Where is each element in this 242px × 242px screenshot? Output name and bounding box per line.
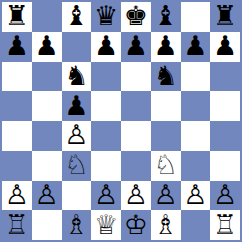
square-d8[interactable]: ♛ (91, 2, 121, 32)
piece-white-pawn[interactable]: ♙ (154, 181, 178, 208)
piece-white-pawn[interactable]: ♙ (35, 181, 59, 208)
piece-white-pawn[interactable]: ♙ (5, 181, 29, 208)
square-f7[interactable]: ♟ (151, 32, 181, 62)
square-g6[interactable] (181, 62, 211, 92)
square-c5[interactable]: ♟ (62, 91, 92, 121)
square-a7[interactable]: ♟ (2, 32, 32, 62)
piece-black-knight[interactable]: ♞ (154, 62, 178, 89)
piece-black-pawn[interactable]: ♟ (183, 32, 207, 59)
square-b1[interactable] (32, 210, 62, 240)
square-b7[interactable]: ♟ (32, 32, 62, 62)
square-d1[interactable]: ♕ (91, 210, 121, 240)
square-h2[interactable]: ♙ (210, 181, 240, 211)
square-h4[interactable] (210, 121, 240, 151)
piece-white-pawn[interactable]: ♙ (94, 181, 118, 208)
square-h7[interactable]: ♟ (210, 32, 240, 62)
square-h1[interactable]: ♖ (210, 210, 240, 240)
square-f2[interactable]: ♙ (151, 181, 181, 211)
square-d2[interactable]: ♙ (91, 181, 121, 211)
piece-black-pawn[interactable]: ♟ (5, 32, 29, 59)
square-a2[interactable]: ♙ (2, 181, 32, 211)
square-e5[interactable] (121, 91, 151, 121)
square-h5[interactable] (210, 91, 240, 121)
square-b5[interactable] (32, 91, 62, 121)
square-b6[interactable] (32, 62, 62, 92)
square-e8[interactable]: ♚ (121, 2, 151, 32)
square-f4[interactable] (151, 121, 181, 151)
square-c1[interactable]: ♗ (62, 210, 92, 240)
square-c2[interactable] (62, 181, 92, 211)
piece-white-queen[interactable]: ♕ (94, 211, 118, 238)
square-e2[interactable]: ♙ (121, 181, 151, 211)
piece-white-bishop[interactable]: ♗ (154, 211, 178, 238)
piece-black-pawn[interactable]: ♟ (213, 32, 237, 59)
square-h6[interactable] (210, 62, 240, 92)
piece-white-pawn[interactable]: ♙ (64, 121, 88, 148)
square-f6[interactable]: ♞ (151, 62, 181, 92)
square-b3[interactable] (32, 151, 62, 181)
square-f5[interactable] (151, 91, 181, 121)
piece-white-knight[interactable]: ♘ (154, 151, 178, 178)
square-d7[interactable]: ♟ (91, 32, 121, 62)
piece-black-pawn[interactable]: ♟ (154, 32, 178, 59)
piece-white-knight[interactable]: ♘ (64, 151, 88, 178)
square-g1[interactable] (181, 210, 211, 240)
piece-black-bishop[interactable]: ♝ (154, 2, 178, 29)
piece-white-pawn[interactable]: ♙ (213, 181, 237, 208)
square-d5[interactable] (91, 91, 121, 121)
square-g8[interactable] (181, 2, 211, 32)
square-d6[interactable] (91, 62, 121, 92)
square-d3[interactable] (91, 151, 121, 181)
piece-black-knight[interactable]: ♞ (64, 62, 88, 89)
square-e7[interactable]: ♟ (121, 32, 151, 62)
piece-black-pawn[interactable]: ♟ (64, 92, 88, 119)
piece-white-pawn[interactable]: ♙ (124, 181, 148, 208)
piece-black-queen[interactable]: ♛ (94, 2, 118, 29)
piece-black-rook[interactable]: ♜ (213, 2, 237, 29)
square-a8[interactable]: ♜ (2, 2, 32, 32)
square-h3[interactable] (210, 151, 240, 181)
square-a5[interactable] (2, 91, 32, 121)
square-a4[interactable] (2, 121, 32, 151)
square-e3[interactable] (121, 151, 151, 181)
square-g2[interactable]: ♙ (181, 181, 211, 211)
piece-black-pawn[interactable]: ♟ (124, 32, 148, 59)
square-c3[interactable]: ♘ (62, 151, 92, 181)
piece-white-rook[interactable]: ♖ (213, 211, 237, 238)
square-g3[interactable] (181, 151, 211, 181)
square-f3[interactable]: ♘ (151, 151, 181, 181)
square-a6[interactable] (2, 62, 32, 92)
piece-white-rook[interactable]: ♖ (5, 211, 29, 238)
square-g5[interactable] (181, 91, 211, 121)
piece-black-pawn[interactable]: ♟ (35, 32, 59, 59)
square-g4[interactable] (181, 121, 211, 151)
piece-white-king[interactable]: ♔ (124, 211, 148, 238)
square-c7[interactable] (62, 32, 92, 62)
square-b4[interactable] (32, 121, 62, 151)
square-e4[interactable] (121, 121, 151, 151)
square-g7[interactable]: ♟ (181, 32, 211, 62)
piece-black-rook[interactable]: ♜ (5, 2, 29, 29)
square-f8[interactable]: ♝ (151, 2, 181, 32)
square-a3[interactable] (2, 151, 32, 181)
square-b8[interactable] (32, 2, 62, 32)
piece-white-pawn[interactable]: ♙ (183, 181, 207, 208)
square-c8[interactable]: ♝ (62, 2, 92, 32)
square-e1[interactable]: ♔ (121, 210, 151, 240)
square-d4[interactable] (91, 121, 121, 151)
square-h8[interactable]: ♜ (210, 2, 240, 32)
square-a1[interactable]: ♖ (2, 210, 32, 240)
square-b2[interactable]: ♙ (32, 181, 62, 211)
square-c4[interactable]: ♙ (62, 121, 92, 151)
square-c6[interactable]: ♞ (62, 62, 92, 92)
square-f1[interactable]: ♗ (151, 210, 181, 240)
chess-board: ♜♝♛♚♝♜♟♟♟♟♟♟♟♞♞♟♙♘♘♙♙♙♙♙♙♙♖♗♕♔♗♖ (0, 0, 242, 242)
piece-black-pawn[interactable]: ♟ (94, 32, 118, 59)
piece-white-bishop[interactable]: ♗ (64, 211, 88, 238)
piece-black-bishop[interactable]: ♝ (64, 2, 88, 29)
square-e6[interactable] (121, 62, 151, 92)
piece-black-king[interactable]: ♚ (124, 2, 148, 29)
